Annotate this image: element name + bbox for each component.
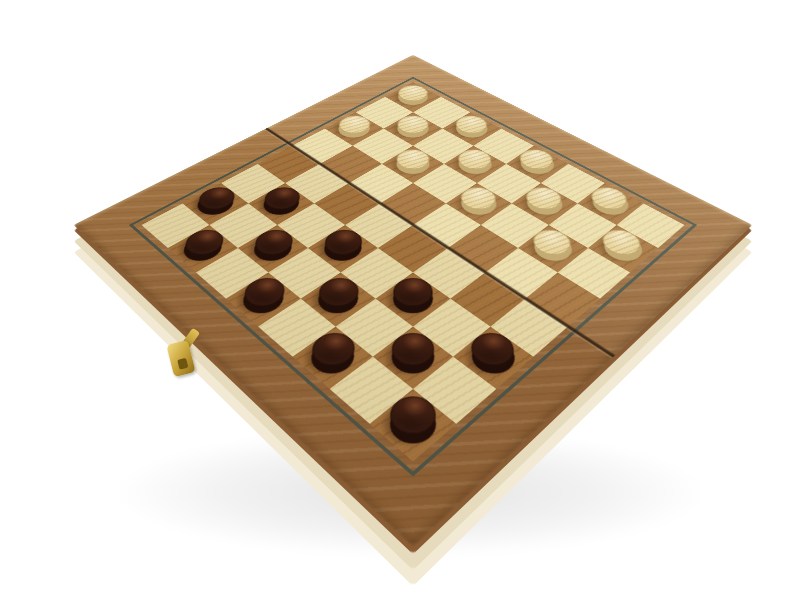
light-piece-r3c5[interactable] [454, 188, 503, 219]
piece-top [392, 82, 434, 104]
light-piece-r2c8[interactable] [597, 231, 650, 267]
piece-top [381, 389, 445, 442]
piece-top [391, 112, 435, 137]
dark-piece-r7c1[interactable] [191, 188, 240, 219]
light-piece-r3c7[interactable] [527, 231, 580, 267]
light-piece-r1c3[interactable] [450, 116, 494, 141]
dark-piece-r8c4[interactable] [235, 279, 291, 320]
board-scene [0, 0, 800, 600]
piece-top [450, 112, 494, 137]
dark-piece-r8c6[interactable] [303, 334, 363, 381]
dark-piece-r7c3[interactable] [247, 231, 300, 267]
piece-top [385, 272, 441, 312]
dark-piece-r8c2[interactable] [177, 231, 230, 267]
dark-piece-r7c5[interactable] [310, 279, 366, 320]
light-piece-r3c1[interactable] [332, 116, 376, 141]
dark-piece-r6c2[interactable] [257, 188, 306, 219]
piece-top [383, 327, 443, 373]
light-piece-r3c3[interactable] [390, 150, 437, 178]
brass-clasp-body [166, 340, 195, 377]
dark-piece-r8c8[interactable] [381, 397, 446, 451]
light-piece-r1c7[interactable] [586, 188, 635, 219]
dark-piece-r7c7[interactable] [383, 334, 443, 381]
dark-piece-r6c4[interactable] [317, 231, 370, 267]
brass-clasp [166, 326, 210, 386]
piece-top [454, 183, 503, 214]
piece-top [463, 327, 523, 373]
piece-top [452, 146, 498, 174]
piece-top [390, 146, 436, 174]
dark-piece-r6c6[interactable] [385, 279, 441, 320]
light-piece-r1c5[interactable] [514, 150, 561, 178]
brass-clasp-slot [177, 358, 188, 370]
light-piece-r1c1[interactable] [392, 86, 434, 109]
light-piece-r2c2[interactable] [391, 116, 435, 141]
dark-piece-r6c8[interactable] [463, 334, 523, 381]
light-piece-r2c4[interactable] [452, 150, 499, 178]
light-piece-r2c6[interactable] [520, 188, 569, 219]
